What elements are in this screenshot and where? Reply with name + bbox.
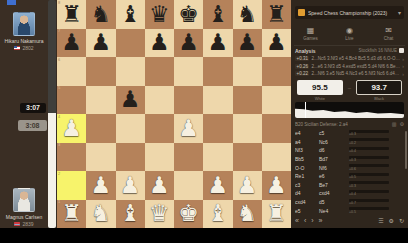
square-c4[interactable]	[116, 114, 145, 143]
square-b3[interactable]	[86, 143, 115, 172]
square-d1[interactable]: ♛	[145, 200, 174, 229]
square-d8[interactable]: ♛	[145, 0, 174, 29]
piece-black-p[interactable]: ♟	[61, 31, 82, 54]
piece-white-p[interactable]: ♟	[208, 174, 229, 197]
rank-label-7: 7	[58, 29, 60, 33]
move-eval-bar: +0.4	[349, 147, 402, 154]
black-move[interactable]: Nf6	[319, 165, 349, 171]
piece-white-p[interactable]: ♟	[120, 174, 141, 197]
square-g4[interactable]	[233, 114, 262, 143]
next-move-button[interactable]: ›	[311, 217, 313, 225]
event-logo-icon	[298, 9, 305, 16]
last-move-button[interactable]: »	[319, 217, 323, 225]
player-card-bottom[interactable]: Magnus Carlsen 2839	[0, 188, 48, 227]
square-a4[interactable]: 4♟	[57, 114, 86, 143]
square-d6[interactable]	[145, 57, 174, 86]
move-eval-bar: +0.5	[349, 173, 402, 180]
piece-black-b[interactable]: ♝	[120, 3, 141, 26]
rank-label-6: 6	[58, 58, 60, 62]
square-f5[interactable]	[203, 86, 232, 115]
move-eval-bar: +0.4	[349, 190, 402, 197]
move-eval-bar: +0.2	[349, 138, 402, 145]
square-b4[interactable]	[86, 114, 115, 143]
letterbox-bar	[0, 228, 408, 243]
square-d7[interactable]: ♟	[145, 29, 174, 58]
rank-label-8: 8	[58, 1, 60, 5]
engine-line-moves: 2...e6 3.Nf3 d5 4.exd5 exd5 5.d4 Nf6 6.B…	[311, 64, 400, 69]
engine-info: Stockfish 16 NNUE	[358, 48, 397, 53]
square-a2[interactable]: 2	[57, 171, 86, 200]
square-a8[interactable]: 8♜	[57, 0, 86, 29]
square-h8[interactable]: ♜	[262, 0, 291, 29]
move-row: O-ONf6+0.6	[295, 163, 402, 172]
move-eval-value: +0.6	[349, 168, 356, 172]
chevron-down-icon[interactable]: ▾	[398, 9, 401, 16]
square-g7[interactable]: ♟	[233, 29, 262, 58]
square-b2[interactable]: ♟	[86, 171, 115, 200]
square-h2[interactable]: ♟	[262, 171, 291, 200]
event-title: Speed Chess Championship (2023)	[308, 10, 395, 16]
move-eval-bar: +0.3	[349, 181, 402, 188]
square-e6[interactable]	[174, 57, 203, 86]
evaluation-bar	[48, 0, 56, 228]
black-move[interactable]: Be7	[319, 182, 349, 188]
piece-white-n[interactable]: ♞	[237, 202, 258, 225]
engine-line-moves: 2...Nf6 3.e5 Nd5 4.Nc3 e6 5.Nf3 Nc6 6.d4…	[311, 71, 400, 76]
avatar-top-player	[13, 12, 35, 36]
piece-white-p[interactable]: ♟	[178, 117, 199, 140]
move-eval-value: +0.4	[349, 150, 356, 154]
engine-header: Analysis Stockfish 16 NNUE	[295, 47, 404, 54]
square-f7[interactable]: ♟	[203, 29, 232, 58]
evaluation-bar-white-part	[48, 113, 56, 228]
square-e5[interactable]	[174, 86, 203, 115]
piece-white-n[interactable]: ♞	[91, 202, 112, 225]
piece-black-n[interactable]: ♞	[91, 3, 112, 26]
move-eval-bar: +0.5	[349, 207, 402, 214]
panel-tabs: ▦Games◉Live✉Chat	[291, 23, 408, 44]
move-list: e4c5+0.3a4Nc6+0.2Nf3d6+0.4Bb5Bd7+0.3O-ON…	[295, 129, 402, 215]
board: 8♜♞♝♛♚♝♞♜7♟♟♟♟♟♟♟65♟4♟♟32♟♟♟♟♟♟1♜♞♝♛♚♝♞♜	[57, 0, 291, 228]
square-a3[interactable]: 3	[57, 143, 86, 172]
games-grid-icon: ▦	[307, 27, 315, 35]
square-e3[interactable]	[174, 143, 203, 172]
flag-icon-top	[14, 46, 20, 50]
piece-black-p[interactable]: ♟	[149, 31, 170, 54]
white-move[interactable]: Nf3	[295, 147, 319, 153]
move-row: Re1e6+0.5	[295, 172, 402, 181]
square-c6[interactable]	[116, 57, 145, 86]
white-move[interactable]: a4	[295, 139, 319, 145]
white-move[interactable]: c3	[295, 182, 319, 188]
square-f1[interactable]: ♝	[203, 200, 232, 229]
piece-black-b[interactable]: ♝	[208, 3, 229, 26]
piece-black-q[interactable]: ♛	[149, 3, 170, 26]
app-stage: Hikaru Nakamura 2802 3:07 3:08 Magnus Ca…	[0, 0, 408, 243]
white-move[interactable]: Re1	[295, 173, 319, 179]
app-window: Hikaru Nakamura 2802 3:07 3:08 Magnus Ca…	[0, 0, 408, 228]
square-e7[interactable]: ♟	[174, 29, 203, 58]
piece-black-p[interactable]: ♟	[266, 31, 287, 54]
move-row: e5Ne4+0.5	[295, 206, 402, 215]
window-corner-artifact	[7, 0, 16, 5]
piece-white-p[interactable]: ♟	[61, 117, 82, 140]
move-eval-value: +0.5	[349, 211, 356, 215]
player-name-top: Hikaru Nakamura	[0, 38, 48, 44]
move-eval-value: +0.4	[349, 193, 356, 197]
piece-white-p[interactable]: ♟	[149, 174, 170, 197]
square-b7[interactable]: ♟	[86, 29, 115, 58]
square-a5[interactable]: 5	[57, 86, 86, 115]
piece-black-r[interactable]: ♜	[61, 3, 82, 26]
square-d2[interactable]: ♟	[145, 171, 174, 200]
move-eval-value: +0.3	[349, 185, 356, 189]
square-c7[interactable]	[116, 29, 145, 58]
piece-black-p[interactable]: ♟	[178, 31, 199, 54]
move-eval-value: +0.3	[349, 159, 356, 163]
expand-line-icon[interactable]: ›	[402, 63, 404, 69]
white-move[interactable]: O-O	[295, 165, 319, 171]
engine-line-eval: +0.31	[295, 56, 309, 61]
accuracy-black: 93.7	[356, 80, 402, 95]
black-move[interactable]: Nc6	[319, 139, 349, 145]
piece-black-p[interactable]: ♟	[91, 31, 112, 54]
square-a7[interactable]: 7♟	[57, 29, 86, 58]
move-row: d4cxd4+0.4	[295, 189, 402, 198]
evaluation-graph[interactable]	[295, 102, 404, 118]
piece-black-p[interactable]: ♟	[208, 31, 229, 54]
piece-white-q[interactable]: ♛	[149, 202, 170, 225]
move-row: c3Be7+0.3	[295, 181, 402, 190]
move-row: e4c5+0.3	[295, 129, 402, 138]
divider	[294, 45, 405, 46]
square-g2[interactable]: ♟	[233, 171, 262, 200]
move-row: Nf3d6+0.4	[295, 146, 402, 155]
move-eval-value: +0.2	[349, 142, 356, 146]
piece-black-p[interactable]: ♟	[120, 88, 141, 111]
move-eval-bar: +0.3	[349, 130, 402, 137]
square-g3[interactable]	[233, 143, 262, 172]
engine-line-eval: +0.22	[295, 71, 309, 76]
square-g8[interactable]: ♞	[233, 0, 262, 29]
flip-board-button[interactable]: ↻	[399, 217, 404, 225]
accuracy-black-label: Black	[374, 96, 384, 101]
rank-label-5: 5	[58, 86, 60, 90]
clock-black: 3:07	[20, 103, 46, 113]
square-b6[interactable]	[86, 57, 115, 86]
square-g5[interactable]	[233, 86, 262, 115]
square-h3[interactable]	[262, 143, 291, 172]
move-header-icons: ▥⚙	[392, 121, 404, 127]
tab-chat[interactable]: ✉Chat	[369, 23, 408, 44]
engine-section-label: Analysis	[295, 48, 316, 54]
black-move[interactable]: cxd4	[319, 190, 349, 196]
accuracy-white: 95.5	[297, 80, 343, 95]
black-move[interactable]: e6	[319, 173, 349, 179]
square-d4[interactable]	[145, 114, 174, 143]
square-h5[interactable]	[262, 86, 291, 115]
move-eval-bar: +0.3	[349, 156, 402, 163]
black-move[interactable]: Bd7	[319, 156, 349, 162]
move-eval-value: +0.7	[349, 202, 356, 206]
square-f6[interactable]	[203, 57, 232, 86]
player-name-bottom: Magnus Carlsen	[0, 214, 48, 220]
rank-label-2: 2	[58, 172, 60, 176]
left-sidebar: Hikaru Nakamura 2802 3:07 3:08 Magnus Ca…	[0, 0, 48, 228]
black-move[interactable]: c5	[319, 130, 349, 136]
square-c2[interactable]: ♟	[116, 171, 145, 200]
square-h6[interactable]	[262, 57, 291, 86]
settings-icon[interactable]: ⚙	[400, 121, 404, 127]
engine-lines: +0.312...Nc6 3.Nf3 e5 4.Bc4 Bc5 5.d3 d6 …	[295, 55, 404, 78]
menu-button[interactable]: ☰	[378, 217, 383, 225]
accuracy-section: 95.5 White – 93.7 Black	[295, 80, 404, 101]
square-d3[interactable]	[145, 143, 174, 172]
tab-live[interactable]: ◉Live	[330, 23, 369, 44]
square-h1[interactable]: ♜	[262, 200, 291, 229]
piece-white-k[interactable]: ♚	[178, 202, 199, 225]
square-b5[interactable]	[86, 86, 115, 115]
engine-line-3[interactable]: +0.222...Nf6 3.e5 Nd5 4.Nc3 e6 5.Nf3 Nc6…	[295, 70, 404, 78]
square-g6[interactable]	[233, 57, 262, 86]
opening-name: B20 Sicilian Defense: 2.a4	[295, 122, 348, 127]
black-move[interactable]: d6	[319, 147, 349, 153]
piece-black-p[interactable]: ♟	[237, 31, 258, 54]
white-move[interactable]: cxd4	[295, 199, 319, 205]
square-f3[interactable]	[203, 143, 232, 172]
move-list-scrollbar[interactable]	[405, 131, 407, 169]
player-card-top[interactable]: Hikaru Nakamura 2802	[0, 12, 48, 51]
player-rating-row-top: 2802	[0, 45, 48, 51]
square-b1[interactable]: ♞	[86, 200, 115, 229]
move-eval-value: +0.3	[349, 133, 356, 137]
first-move-button[interactable]: «	[295, 217, 299, 225]
opening-row: B20 Sicilian Defense: 2.a4 ▥⚙	[295, 121, 404, 127]
evaluation-graph-cursor[interactable]	[305, 102, 306, 118]
move-row: Bb5Bd7+0.3	[295, 155, 402, 164]
engine-line-2[interactable]: +0.262...e6 3.Nf3 d5 4.exd5 exd5 5.d4 Nf…	[295, 63, 404, 71]
tab-games[interactable]: ▦Games	[291, 23, 330, 44]
move-eval-bar: +0.6	[349, 164, 402, 171]
move-row: a4Nc6+0.2	[295, 138, 402, 147]
square-a1[interactable]: 1♜	[57, 200, 86, 229]
expand-line-icon[interactable]: ›	[402, 71, 404, 77]
square-h7[interactable]: ♟	[262, 29, 291, 58]
accuracy-white-label: White	[315, 96, 325, 101]
rank-label-1: 1	[58, 200, 60, 204]
square-f8[interactable]: ♝	[203, 0, 232, 29]
square-c1[interactable]: ♝	[116, 200, 145, 229]
black-move[interactable]: Ne4	[319, 208, 349, 214]
accuracy-dash: –	[348, 85, 351, 91]
square-d5[interactable]	[145, 86, 174, 115]
engine-line-1[interactable]: +0.312...Nc6 3.Nf3 e5 4.Bc4 Bc5 5.d3 d6 …	[295, 55, 404, 63]
playback-controls: «‹›» ☰⚙↻	[295, 216, 404, 226]
prev-move-button[interactable]: ‹	[304, 217, 306, 225]
move-eval-bar: +0.7	[349, 199, 402, 206]
move-row: cxd4d5+0.7	[295, 198, 402, 207]
rank-label-3: 3	[58, 143, 60, 147]
piece-white-b[interactable]: ♝	[208, 202, 229, 225]
clock-white: 3:08	[18, 120, 47, 131]
square-e1[interactable]: ♚	[174, 200, 203, 229]
piece-black-r[interactable]: ♜	[266, 3, 287, 26]
player-rating-top: 2802	[22, 45, 33, 51]
white-move[interactable]: Bb5	[295, 156, 319, 162]
player-rating-bottom: 2839	[22, 221, 33, 227]
piece-white-r[interactable]: ♜	[266, 202, 287, 225]
rank-label-4: 4	[58, 115, 60, 119]
square-a6[interactable]: 6	[57, 57, 86, 86]
square-c5[interactable]: ♟	[116, 86, 145, 115]
right-panel: Speed Chess Championship (2023) ▾ ▦Games…	[291, 0, 408, 228]
piece-white-r[interactable]: ♜	[61, 202, 82, 225]
piece-white-p[interactable]: ♟	[237, 174, 258, 197]
piece-black-k[interactable]: ♚	[178, 3, 199, 26]
board-settings-button[interactable]: ⚙	[389, 217, 394, 225]
square-h4[interactable]	[262, 114, 291, 143]
white-move[interactable]: d4	[295, 190, 319, 196]
piece-white-p[interactable]: ♟	[266, 174, 287, 197]
square-b8[interactable]: ♞	[86, 0, 115, 29]
player-rating-row-bottom: 2839	[0, 221, 48, 227]
black-move[interactable]: d5	[319, 199, 349, 205]
flag-icon-bottom	[14, 222, 20, 226]
piece-white-p[interactable]: ♟	[91, 174, 112, 197]
engine-toggle[interactable]	[399, 48, 404, 53]
square-c8[interactable]: ♝	[116, 0, 145, 29]
piece-black-n[interactable]: ♞	[237, 3, 258, 26]
square-e8[interactable]: ♚	[174, 0, 203, 29]
move-eval-value: +0.5	[349, 176, 356, 180]
square-g1[interactable]: ♞	[233, 200, 262, 229]
chat-bubble-icon: ✉	[385, 27, 392, 35]
live-broadcast-icon: ◉	[346, 27, 353, 35]
square-e4[interactable]: ♟	[174, 114, 203, 143]
square-f2[interactable]: ♟	[203, 171, 232, 200]
square-e2[interactable]	[174, 171, 203, 200]
event-header[interactable]: Speed Chess Championship (2023) ▾	[295, 6, 404, 19]
eval-bars-icon[interactable]: ▥	[392, 121, 397, 127]
expand-line-icon[interactable]: ›	[402, 56, 404, 62]
white-move[interactable]: e4	[295, 130, 319, 136]
engine-line-moves: 2...Nc6 3.Nf3 e5 4.Bc4 Bc5 5.d3 d6 6.O-O…	[311, 56, 400, 61]
square-f4[interactable]	[203, 114, 232, 143]
square-c3[interactable]	[116, 143, 145, 172]
engine-line-eval: +0.26	[295, 64, 309, 69]
white-move[interactable]: e5	[295, 208, 319, 214]
evaluation-graph-white-area	[295, 102, 404, 118]
avatar-bottom-player	[13, 188, 35, 212]
piece-white-b[interactable]: ♝	[120, 202, 141, 225]
